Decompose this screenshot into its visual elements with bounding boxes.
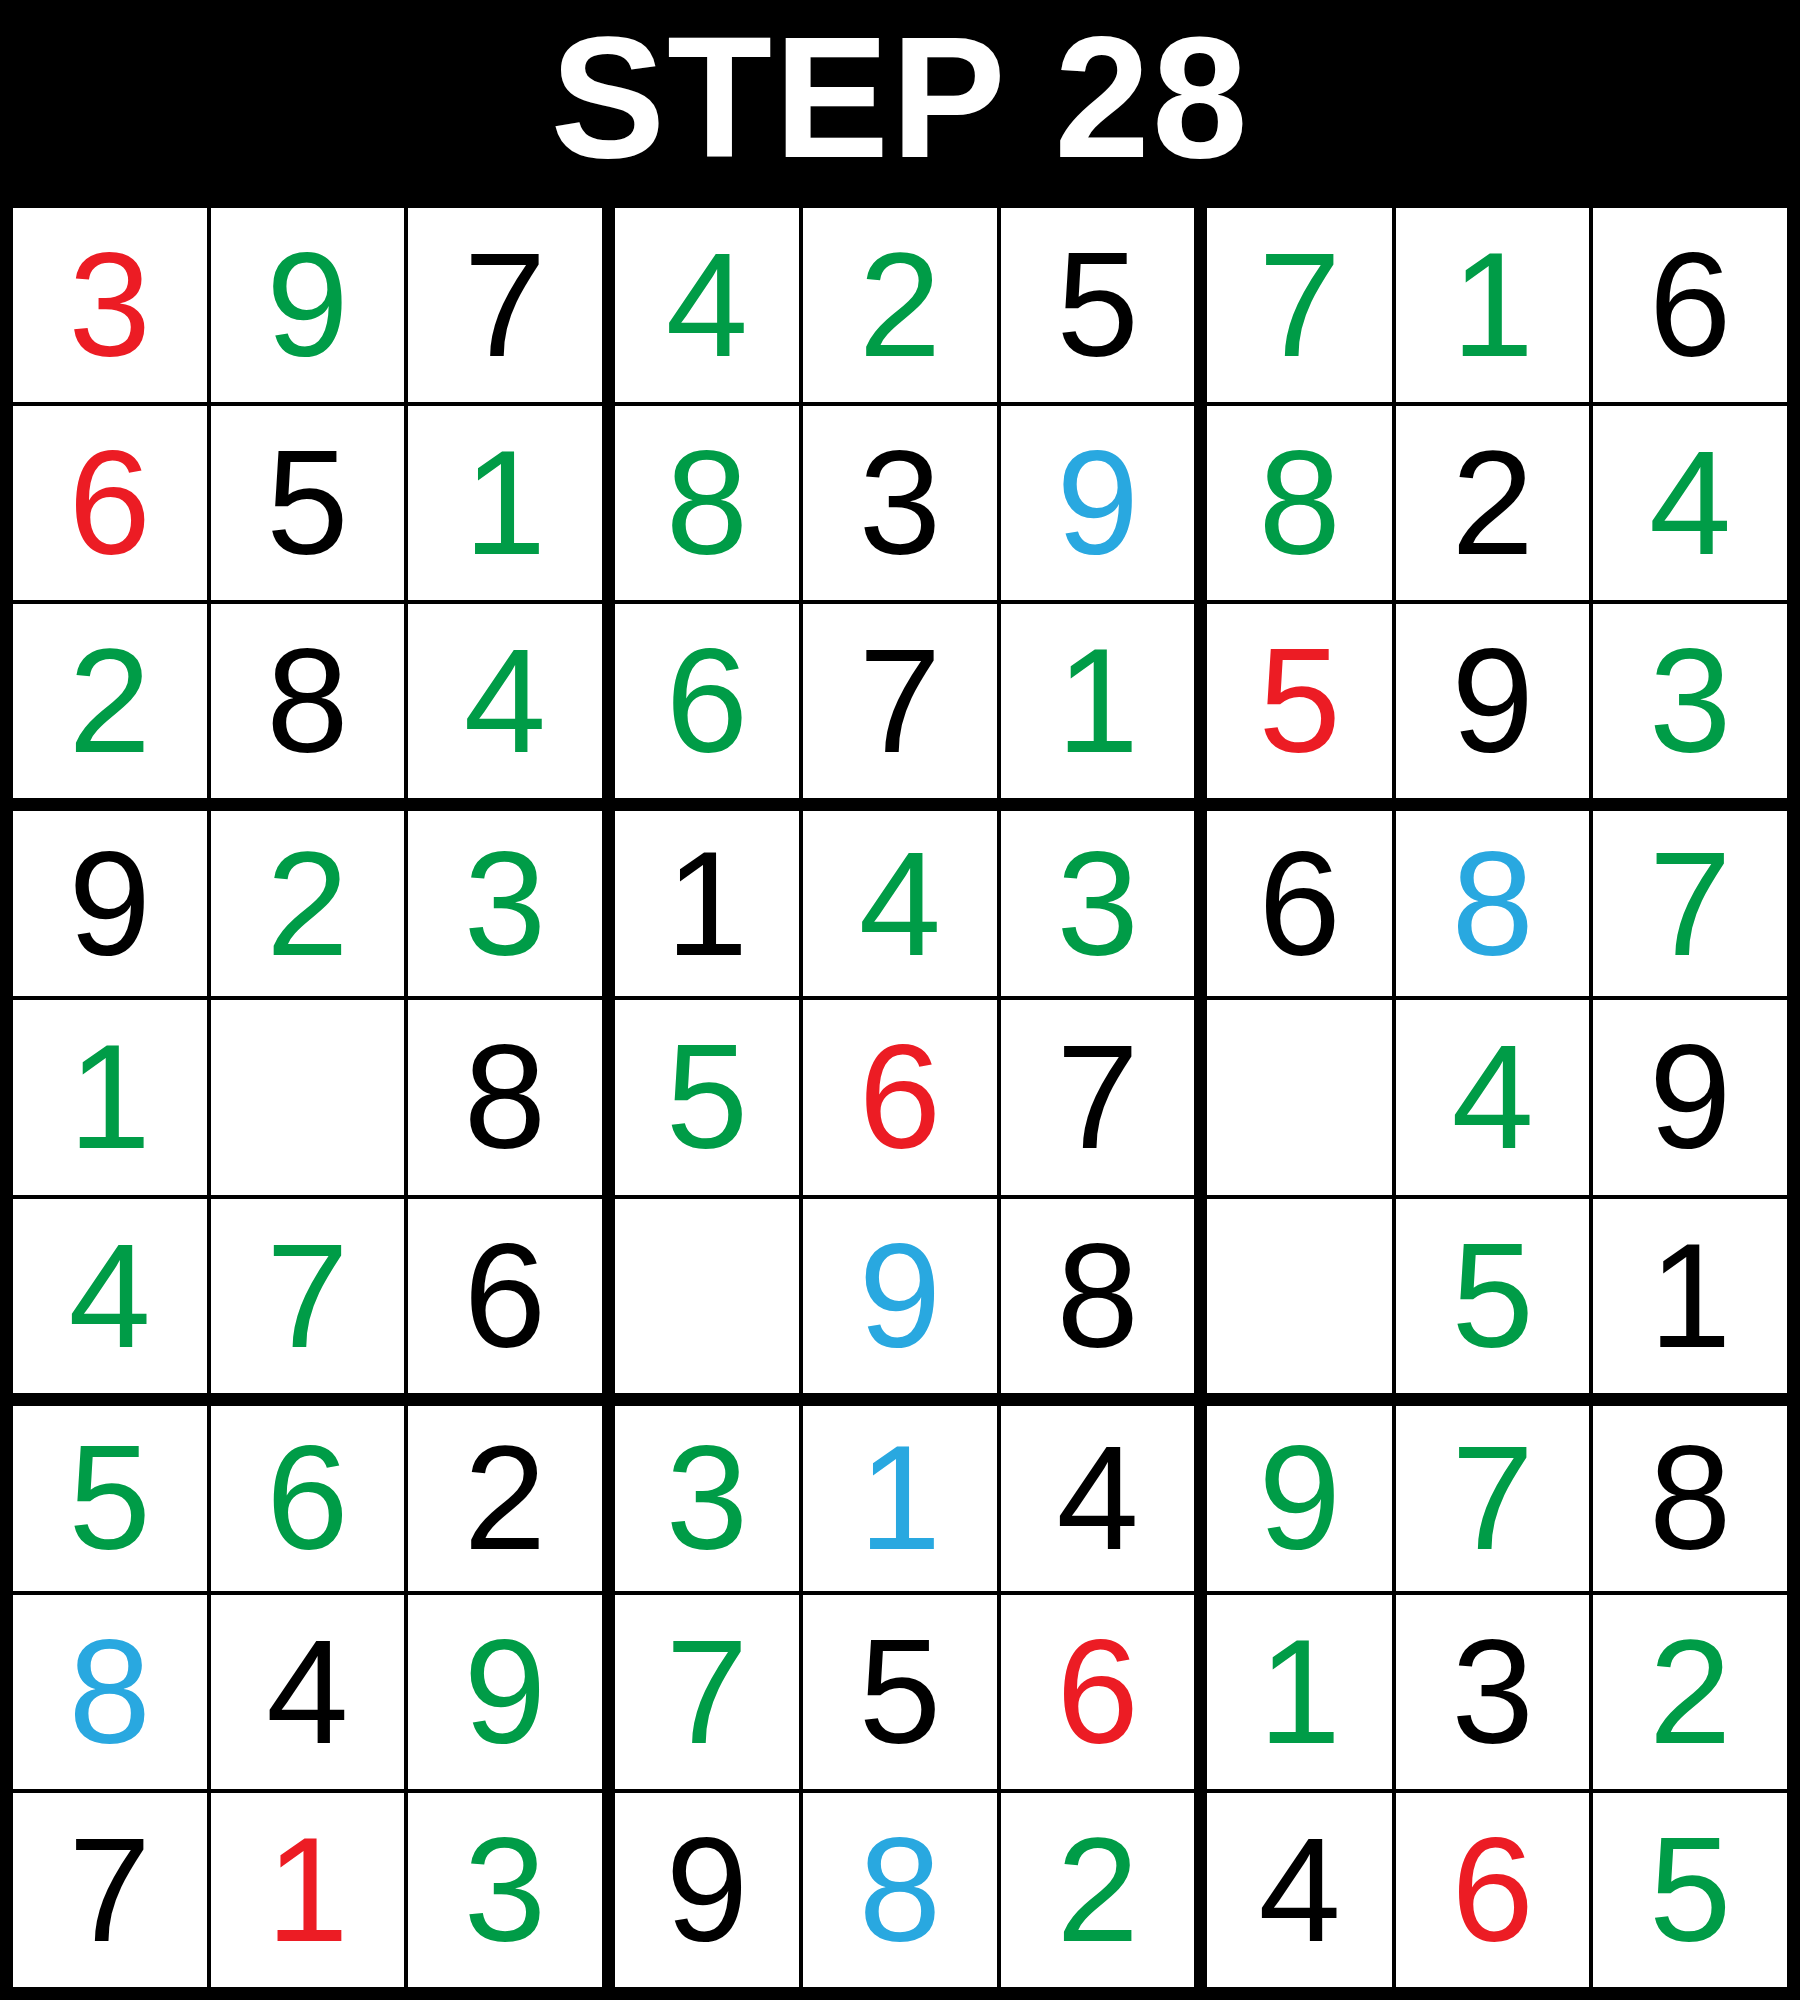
digit-r4c2: 2 — [266, 830, 348, 978]
cell-r2c6[interactable]: 9 — [1001, 406, 1195, 600]
cell-r2c2[interactable]: 5 — [211, 406, 405, 600]
digit-r5c5: 6 — [859, 1023, 941, 1171]
digit-r1c1: 3 — [69, 231, 151, 379]
cell-r9c7[interactable]: 4 — [1198, 1793, 1392, 1987]
digit-r8c3: 9 — [464, 1618, 546, 1766]
digit-r1c3: 7 — [464, 231, 546, 379]
digit-r5c3: 8 — [464, 1023, 546, 1171]
digit-r7c7: 9 — [1258, 1424, 1340, 1572]
digit-r8c2: 4 — [266, 1618, 348, 1766]
digit-r5c6: 7 — [1056, 1023, 1138, 1171]
digit-r3c1: 2 — [69, 627, 151, 775]
digit-r8c6: 6 — [1056, 1618, 1138, 1766]
cell-r1c4[interactable]: 4 — [606, 208, 800, 402]
cell-r8c3[interactable]: 9 — [408, 1595, 602, 1789]
digit-r1c9: 6 — [1649, 231, 1731, 379]
cell-r8c8[interactable]: 3 — [1396, 1595, 1590, 1789]
digit-r7c8: 7 — [1452, 1424, 1534, 1572]
cell-r4c3[interactable]: 3 — [408, 802, 602, 996]
digit-r8c8: 3 — [1452, 1618, 1534, 1766]
digit-r3c2: 8 — [266, 627, 348, 775]
digit-r3c3: 4 — [464, 627, 546, 775]
digit-r8c1: 8 — [69, 1618, 151, 1766]
digit-r5c4: 5 — [666, 1023, 748, 1171]
digit-r7c3: 2 — [464, 1424, 546, 1572]
cell-r6c5[interactable]: 9 — [803, 1199, 997, 1393]
cell-r6c9[interactable]: 1 — [1593, 1199, 1787, 1393]
digit-r7c5: 1 — [859, 1424, 941, 1572]
digit-r8c9: 2 — [1649, 1618, 1731, 1766]
cell-r7c3[interactable]: 2 — [408, 1397, 602, 1591]
cell-r1c8[interactable]: 1 — [1396, 208, 1590, 402]
cell-r4c8[interactable]: 8 — [1396, 802, 1590, 996]
cell-r9c5[interactable]: 8 — [803, 1793, 997, 1987]
digit-r3c5: 7 — [859, 627, 941, 775]
digit-r6c3: 6 — [464, 1222, 546, 1370]
cell-r1c1[interactable]: 3 — [13, 208, 207, 402]
cell-r6c2[interactable]: 7 — [211, 1199, 405, 1393]
digit-r2c8: 2 — [1452, 429, 1534, 577]
digit-r5c8: 4 — [1452, 1023, 1534, 1171]
cell-r3c8[interactable]: 9 — [1396, 604, 1590, 798]
cell-r9c9[interactable]: 5 — [1593, 1793, 1787, 1987]
cell-r1c6[interactable]: 5 — [1001, 208, 1195, 402]
digit-r5c9: 9 — [1649, 1023, 1731, 1171]
cell-r9c2[interactable]: 1 — [211, 1793, 405, 1987]
digit-r2c2: 5 — [266, 429, 348, 577]
digit-r4c5: 4 — [859, 830, 941, 978]
cell-r4c2[interactable]: 2 — [211, 802, 405, 996]
cell-r9c8[interactable]: 6 — [1396, 1793, 1590, 1987]
digit-r2c7: 8 — [1258, 429, 1340, 577]
digit-r8c5: 5 — [859, 1618, 941, 1766]
cell-r2c7[interactable]: 8 — [1198, 406, 1392, 600]
digit-r7c6: 4 — [1056, 1424, 1138, 1572]
cell-r2c5[interactable]: 3 — [803, 406, 997, 600]
digit-r7c1: 5 — [69, 1424, 151, 1572]
cell-r7c4[interactable]: 3 — [606, 1397, 800, 1591]
cell-r7c1[interactable]: 5 — [13, 1397, 207, 1591]
cell-r5c7[interactable] — [1198, 1000, 1392, 1194]
digit-r3c6: 1 — [1056, 627, 1138, 775]
cell-r3c5[interactable]: 7 — [803, 604, 997, 798]
cell-r3c9[interactable]: 3 — [1593, 604, 1787, 798]
digit-r6c9: 1 — [1649, 1222, 1731, 1370]
digit-r2c3: 1 — [464, 429, 546, 577]
cell-r2c9[interactable]: 4 — [1593, 406, 1787, 600]
digit-r2c1: 6 — [69, 429, 151, 577]
cell-r7c9[interactable]: 8 — [1593, 1397, 1787, 1591]
cell-r3c3[interactable]: 4 — [408, 604, 602, 798]
cell-r6c4[interactable] — [606, 1199, 800, 1393]
cell-r6c1[interactable]: 4 — [13, 1199, 207, 1393]
digit-r9c9: 5 — [1649, 1816, 1731, 1964]
cell-r4c9[interactable]: 7 — [1593, 802, 1787, 996]
cell-r3c4[interactable]: 6 — [606, 604, 800, 798]
digit-r1c8: 1 — [1452, 231, 1534, 379]
digit-r2c5: 3 — [859, 429, 941, 577]
cell-r5c2[interactable] — [211, 1000, 405, 1194]
cell-r5c4[interactable]: 5 — [606, 1000, 800, 1194]
cell-r8c6[interactable]: 6 — [1001, 1595, 1195, 1789]
cell-r3c7[interactable]: 5 — [1198, 604, 1392, 798]
digit-r4c3: 3 — [464, 830, 546, 978]
digit-r4c6: 3 — [1056, 830, 1138, 978]
cell-r9c1[interactable]: 7 — [13, 1793, 207, 1987]
cell-r5c9[interactable]: 9 — [1593, 1000, 1787, 1194]
cell-r7c6[interactable]: 4 — [1001, 1397, 1195, 1591]
cell-r7c2[interactable]: 6 — [211, 1397, 405, 1591]
digit-r9c8: 6 — [1452, 1816, 1534, 1964]
cell-r1c9[interactable]: 6 — [1593, 208, 1787, 402]
cell-r8c5[interactable]: 5 — [803, 1595, 997, 1789]
digit-r6c2: 7 — [266, 1222, 348, 1370]
cell-r6c7[interactable] — [1198, 1199, 1392, 1393]
cell-r5c8[interactable]: 4 — [1396, 1000, 1590, 1194]
digit-r2c9: 4 — [1649, 429, 1731, 577]
cell-r1c7[interactable]: 7 — [1198, 208, 1392, 402]
digit-r1c5: 2 — [859, 231, 941, 379]
digit-r9c4: 9 — [666, 1816, 748, 1964]
digit-r3c4: 6 — [666, 627, 748, 775]
cell-r4c6[interactable]: 3 — [1001, 802, 1195, 996]
cell-r7c7[interactable]: 9 — [1198, 1397, 1392, 1591]
digit-r9c7: 4 — [1258, 1816, 1340, 1964]
cell-r3c2[interactable]: 8 — [211, 604, 405, 798]
digit-r1c2: 9 — [266, 231, 348, 379]
title-bar: STEP 28 — [0, 0, 1800, 195]
cell-r2c1[interactable]: 6 — [13, 406, 207, 600]
cell-r1c3[interactable]: 7 — [408, 208, 602, 402]
digit-r8c4: 7 — [666, 1618, 748, 1766]
cell-r6c3[interactable]: 6 — [408, 1199, 602, 1393]
cell-r7c5[interactable]: 1 — [803, 1397, 997, 1591]
cell-r9c6[interactable]: 2 — [1001, 1793, 1195, 1987]
cell-r5c5[interactable]: 6 — [803, 1000, 997, 1194]
sudoku-board: 3974257166518398242846715939231436871856… — [0, 195, 1800, 2000]
digit-r1c6: 5 — [1056, 231, 1138, 379]
cell-r5c1[interactable]: 1 — [13, 1000, 207, 1194]
cell-r9c3[interactable]: 3 — [408, 1793, 602, 1987]
digit-r6c6: 8 — [1056, 1222, 1138, 1370]
cell-r3c6[interactable]: 1 — [1001, 604, 1195, 798]
digit-r6c8: 5 — [1452, 1222, 1534, 1370]
digit-r9c5: 8 — [859, 1816, 941, 1964]
cell-r4c1[interactable]: 9 — [13, 802, 207, 996]
digit-r1c7: 7 — [1258, 231, 1340, 379]
cell-r6c6[interactable]: 8 — [1001, 1199, 1195, 1393]
digit-r4c4: 1 — [666, 830, 748, 978]
digit-r2c6: 9 — [1056, 429, 1138, 577]
digit-r1c4: 4 — [666, 231, 748, 379]
digit-r3c8: 9 — [1452, 627, 1534, 775]
cell-r2c3[interactable]: 1 — [408, 406, 602, 600]
digit-r7c4: 3 — [666, 1424, 748, 1572]
cell-r8c9[interactable]: 2 — [1593, 1595, 1787, 1789]
digit-r9c3: 3 — [464, 1816, 546, 1964]
digit-r3c7: 5 — [1258, 627, 1340, 775]
cell-r5c6[interactable]: 7 — [1001, 1000, 1195, 1194]
cell-r2c8[interactable]: 2 — [1396, 406, 1590, 600]
digit-r3c9: 3 — [1649, 627, 1731, 775]
cell-r8c7[interactable]: 1 — [1198, 1595, 1392, 1789]
digit-r9c2: 1 — [266, 1816, 348, 1964]
cell-r7c8[interactable]: 7 — [1396, 1397, 1590, 1591]
digit-r8c7: 1 — [1258, 1618, 1340, 1766]
cell-r8c1[interactable]: 8 — [13, 1595, 207, 1789]
digit-r6c1: 4 — [69, 1222, 151, 1370]
cell-r1c5[interactable]: 2 — [803, 208, 997, 402]
digit-r4c7: 6 — [1258, 830, 1340, 978]
digit-r7c9: 8 — [1649, 1424, 1731, 1572]
digit-r4c1: 9 — [69, 830, 151, 978]
digit-r4c8: 8 — [1452, 830, 1534, 978]
digit-r6c5: 9 — [859, 1222, 941, 1370]
cell-r2c4[interactable]: 8 — [606, 406, 800, 600]
cell-r8c2[interactable]: 4 — [211, 1595, 405, 1789]
digit-r9c6: 2 — [1056, 1816, 1138, 1964]
digit-r5c1: 1 — [69, 1023, 151, 1171]
page-title: STEP 28 — [550, 0, 1249, 195]
cell-r6c8[interactable]: 5 — [1396, 1199, 1590, 1393]
cell-r5c3[interactable]: 8 — [408, 1000, 602, 1194]
cell-r4c7[interactable]: 6 — [1198, 802, 1392, 996]
cell-r1c2[interactable]: 9 — [211, 208, 405, 402]
cell-r3c1[interactable]: 2 — [13, 604, 207, 798]
digit-r7c2: 6 — [266, 1424, 348, 1572]
cell-r4c5[interactable]: 4 — [803, 802, 997, 996]
digit-r9c1: 7 — [69, 1816, 151, 1964]
digit-r2c4: 8 — [666, 429, 748, 577]
cell-r4c4[interactable]: 1 — [606, 802, 800, 996]
cell-r9c4[interactable]: 9 — [606, 1793, 800, 1987]
digit-r4c9: 7 — [1649, 830, 1731, 978]
cell-r8c4[interactable]: 7 — [606, 1595, 800, 1789]
